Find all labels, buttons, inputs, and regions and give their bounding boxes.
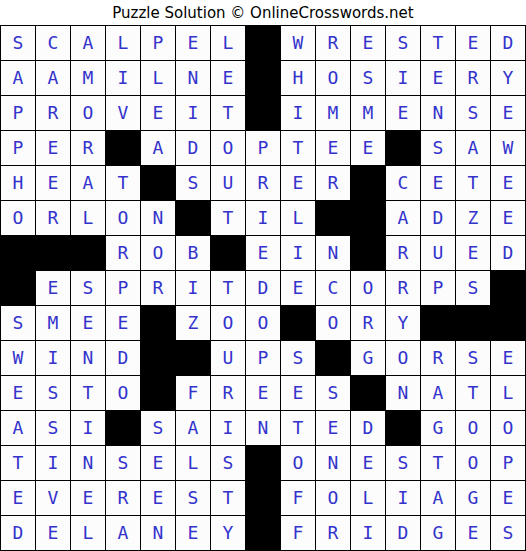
- block-cell: [1, 271, 36, 306]
- letter-cell: S: [281, 341, 316, 376]
- block-cell: [491, 271, 526, 306]
- letter-cell: T: [211, 201, 246, 236]
- letter-cell: F: [281, 516, 316, 551]
- letter-cell: S: [1, 26, 36, 61]
- letter-cell: N: [316, 446, 351, 481]
- letter-cell: T: [71, 376, 106, 411]
- letter-cell: P: [246, 131, 281, 166]
- letter-cell: I: [246, 201, 281, 236]
- letter-cell: M: [351, 96, 386, 131]
- letter-cell: O: [386, 341, 421, 376]
- letter-cell: O: [211, 306, 246, 341]
- crossword-grid: SCALPELWRESTEDAAMILNEHOSIERYPROVEITIMMEN…: [0, 25, 526, 551]
- block-cell: [141, 306, 176, 341]
- letter-cell: A: [421, 376, 456, 411]
- letter-cell: Z: [456, 201, 491, 236]
- letter-cell: E: [246, 236, 281, 271]
- letter-cell: O: [106, 201, 141, 236]
- letter-cell: L: [71, 201, 106, 236]
- letter-cell: S: [176, 166, 211, 201]
- letter-cell: E: [386, 96, 421, 131]
- letter-cell: W: [491, 131, 526, 166]
- letter-cell: R: [106, 481, 141, 516]
- block-cell: [246, 96, 281, 131]
- letter-cell: E: [281, 376, 316, 411]
- puzzle-solution-page: Puzzle Solution © OnlineCrosswords.net S…: [0, 0, 526, 551]
- letter-cell: I: [281, 236, 316, 271]
- letter-cell: O: [281, 446, 316, 481]
- block-cell: [141, 341, 176, 376]
- letter-cell: I: [281, 96, 316, 131]
- block-cell: [386, 411, 421, 446]
- letter-cell: T: [281, 131, 316, 166]
- letter-cell: T: [421, 446, 456, 481]
- letter-cell: C: [386, 166, 421, 201]
- letter-cell: I: [36, 341, 71, 376]
- letter-cell: P: [1, 96, 36, 131]
- letter-cell: S: [141, 411, 176, 446]
- letter-cell: R: [141, 271, 176, 306]
- letter-cell: L: [211, 26, 246, 61]
- letter-cell: E: [1, 481, 36, 516]
- letter-cell: E: [316, 411, 351, 446]
- letter-cell: R: [71, 131, 106, 166]
- letter-cell: Y: [491, 61, 526, 96]
- letter-cell: A: [141, 131, 176, 166]
- letter-cell: V: [106, 96, 141, 131]
- letter-cell: A: [71, 166, 106, 201]
- letter-cell: E: [456, 236, 491, 271]
- letter-cell: N: [141, 201, 176, 236]
- letter-cell: S: [106, 446, 141, 481]
- letter-cell: S: [71, 271, 106, 306]
- letter-cell: E: [71, 481, 106, 516]
- letter-cell: E: [141, 481, 176, 516]
- letter-cell: W: [1, 341, 36, 376]
- letter-cell: P: [106, 271, 141, 306]
- letter-cell: O: [456, 446, 491, 481]
- block-cell: [316, 341, 351, 376]
- block-cell: [351, 376, 386, 411]
- letter-cell: I: [36, 446, 71, 481]
- letter-cell: E: [36, 516, 71, 551]
- letter-cell: E: [176, 516, 211, 551]
- letter-cell: A: [71, 26, 106, 61]
- letter-cell: A: [106, 516, 141, 551]
- letter-cell: L: [106, 26, 141, 61]
- letter-cell: H: [281, 61, 316, 96]
- letter-cell: G: [351, 341, 386, 376]
- block-cell: [316, 201, 351, 236]
- letter-cell: E: [281, 166, 316, 201]
- letter-cell: A: [176, 411, 211, 446]
- letter-cell: F: [176, 376, 211, 411]
- letter-cell: D: [1, 516, 36, 551]
- letter-cell: D: [246, 271, 281, 306]
- letter-cell: E: [316, 131, 351, 166]
- letter-cell: I: [386, 481, 421, 516]
- letter-cell: E: [176, 26, 211, 61]
- block-cell: [1, 236, 36, 271]
- letter-cell: N: [386, 376, 421, 411]
- block-cell: [106, 411, 141, 446]
- letter-cell: O: [316, 61, 351, 96]
- letter-cell: R: [456, 61, 491, 96]
- letter-cell: N: [421, 96, 456, 131]
- letter-cell: G: [421, 411, 456, 446]
- letter-cell: R: [36, 96, 71, 131]
- letter-cell: E: [351, 131, 386, 166]
- letter-cell: O: [491, 411, 526, 446]
- letter-cell: O: [456, 411, 491, 446]
- block-cell: [141, 376, 176, 411]
- letter-cell: S: [36, 411, 71, 446]
- letter-cell: L: [281, 201, 316, 236]
- block-cell: [176, 201, 211, 236]
- letter-cell: D: [491, 26, 526, 61]
- letter-cell: L: [71, 516, 106, 551]
- letter-cell: E: [491, 201, 526, 236]
- letter-cell: T: [456, 166, 491, 201]
- letter-cell: U: [421, 236, 456, 271]
- letter-cell: I: [106, 61, 141, 96]
- letter-cell: V: [36, 481, 71, 516]
- letter-cell: R: [421, 341, 456, 376]
- letter-cell: S: [456, 341, 491, 376]
- block-cell: [246, 61, 281, 96]
- block-cell: [456, 306, 491, 341]
- letter-cell: A: [1, 61, 36, 96]
- letter-cell: E: [491, 166, 526, 201]
- letter-cell: T: [1, 446, 36, 481]
- letter-cell: U: [211, 341, 246, 376]
- letter-cell: D: [351, 411, 386, 446]
- letter-cell: N: [176, 61, 211, 96]
- block-cell: [351, 236, 386, 271]
- letter-cell: R: [106, 236, 141, 271]
- letter-cell: P: [1, 131, 36, 166]
- letter-cell: A: [1, 411, 36, 446]
- letter-cell: S: [421, 131, 456, 166]
- letter-cell: O: [351, 271, 386, 306]
- letter-cell: L: [351, 481, 386, 516]
- block-cell: [176, 341, 211, 376]
- letter-cell: P: [421, 271, 456, 306]
- letter-cell: R: [316, 516, 351, 551]
- letter-cell: I: [176, 96, 211, 131]
- letter-cell: R: [246, 166, 281, 201]
- letter-cell: S: [456, 271, 491, 306]
- letter-cell: S: [456, 96, 491, 131]
- letter-cell: D: [106, 341, 141, 376]
- letter-cell: T: [211, 271, 246, 306]
- letter-cell: E: [71, 306, 106, 341]
- letter-cell: D: [176, 131, 211, 166]
- letter-cell: N: [141, 516, 176, 551]
- letter-cell: O: [106, 376, 141, 411]
- letter-cell: R: [316, 26, 351, 61]
- letter-cell: R: [316, 166, 351, 201]
- letter-cell: T: [211, 96, 246, 131]
- letter-cell: S: [491, 516, 526, 551]
- letter-cell: A: [421, 481, 456, 516]
- letter-cell: Z: [176, 306, 211, 341]
- block-cell: [246, 446, 281, 481]
- block-cell: [386, 131, 421, 166]
- block-cell: [491, 306, 526, 341]
- letter-cell: D: [386, 516, 421, 551]
- letter-cell: Y: [386, 306, 421, 341]
- letter-cell: T: [106, 166, 141, 201]
- letter-cell: S: [316, 376, 351, 411]
- letter-cell: H: [1, 166, 36, 201]
- letter-cell: I: [386, 61, 421, 96]
- block-cell: [211, 236, 246, 271]
- letter-cell: T: [421, 26, 456, 61]
- letter-cell: O: [316, 306, 351, 341]
- letter-cell: M: [36, 306, 71, 341]
- letter-cell: T: [456, 376, 491, 411]
- letter-cell: E: [491, 96, 526, 131]
- letter-cell: E: [351, 26, 386, 61]
- letter-cell: D: [421, 201, 456, 236]
- letter-cell: P: [491, 446, 526, 481]
- letter-cell: E: [421, 61, 456, 96]
- block-cell: [281, 306, 316, 341]
- letter-cell: O: [246, 306, 281, 341]
- letter-cell: S: [36, 376, 71, 411]
- letter-cell: G: [456, 481, 491, 516]
- letter-cell: E: [456, 516, 491, 551]
- letter-cell: A: [456, 131, 491, 166]
- letter-cell: E: [421, 166, 456, 201]
- letter-cell: Y: [211, 516, 246, 551]
- letter-cell: R: [386, 236, 421, 271]
- letter-cell: O: [1, 201, 36, 236]
- letter-cell: O: [211, 131, 246, 166]
- block-cell: [351, 201, 386, 236]
- block-cell: [36, 236, 71, 271]
- letter-cell: W: [281, 26, 316, 61]
- letter-cell: R: [386, 271, 421, 306]
- letter-cell: M: [316, 96, 351, 131]
- block-cell: [71, 236, 106, 271]
- letter-cell: I: [176, 271, 211, 306]
- letter-cell: S: [386, 26, 421, 61]
- letter-cell: L: [141, 61, 176, 96]
- letter-cell: E: [1, 376, 36, 411]
- letter-cell: I: [211, 411, 246, 446]
- letter-cell: U: [211, 166, 246, 201]
- letter-cell: E: [141, 96, 176, 131]
- letter-cell: E: [246, 376, 281, 411]
- letter-cell: N: [246, 411, 281, 446]
- block-cell: [246, 26, 281, 61]
- letter-cell: P: [141, 26, 176, 61]
- letter-cell: T: [211, 481, 246, 516]
- page-title: Puzzle Solution © OnlineCrosswords.net: [0, 0, 526, 25]
- letter-cell: L: [176, 446, 211, 481]
- block-cell: [246, 481, 281, 516]
- letter-cell: E: [456, 26, 491, 61]
- block-cell: [351, 166, 386, 201]
- letter-cell: E: [351, 446, 386, 481]
- letter-cell: E: [141, 446, 176, 481]
- letter-cell: S: [386, 446, 421, 481]
- letter-cell: E: [106, 306, 141, 341]
- letter-cell: B: [176, 236, 211, 271]
- letter-cell: R: [211, 376, 246, 411]
- block-cell: [246, 516, 281, 551]
- letter-cell: I: [351, 516, 386, 551]
- letter-cell: A: [36, 61, 71, 96]
- letter-cell: E: [36, 131, 71, 166]
- block-cell: [106, 131, 141, 166]
- letter-cell: I: [71, 411, 106, 446]
- letter-cell: E: [36, 166, 71, 201]
- letter-cell: E: [281, 271, 316, 306]
- letter-cell: S: [211, 446, 246, 481]
- block-cell: [421, 306, 456, 341]
- block-cell: [141, 166, 176, 201]
- letter-cell: R: [36, 201, 71, 236]
- letter-cell: C: [316, 271, 351, 306]
- letter-cell: R: [351, 306, 386, 341]
- letter-cell: L: [491, 376, 526, 411]
- letter-cell: N: [71, 446, 106, 481]
- letter-cell: S: [1, 306, 36, 341]
- letter-cell: G: [421, 516, 456, 551]
- letter-cell: E: [491, 341, 526, 376]
- letter-cell: S: [351, 61, 386, 96]
- letter-cell: N: [316, 236, 351, 271]
- letter-cell: P: [246, 341, 281, 376]
- letter-cell: M: [71, 61, 106, 96]
- letter-cell: N: [71, 341, 106, 376]
- letter-cell: D: [491, 236, 526, 271]
- letter-cell: F: [281, 481, 316, 516]
- letter-cell: E: [36, 271, 71, 306]
- letter-cell: T: [281, 411, 316, 446]
- letter-cell: O: [316, 481, 351, 516]
- letter-cell: C: [36, 26, 71, 61]
- letter-cell: E: [491, 481, 526, 516]
- letter-cell: S: [176, 481, 211, 516]
- letter-cell: O: [71, 96, 106, 131]
- letter-cell: E: [211, 61, 246, 96]
- letter-cell: O: [141, 236, 176, 271]
- letter-cell: A: [386, 201, 421, 236]
